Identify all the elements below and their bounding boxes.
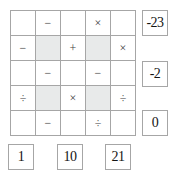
entry-cell-r5c5[interactable]	[111, 111, 136, 136]
blocked-cell-r4c2	[36, 86, 61, 111]
entry-cell-r3c3[interactable]	[61, 61, 86, 86]
col-target-3: 21	[105, 144, 131, 170]
operator-cell-r3c4: −	[86, 61, 111, 86]
col-target-2: 10	[57, 144, 83, 170]
col-target-1: 1	[8, 144, 34, 170]
blocked-cell-r2c4	[86, 36, 111, 61]
operator-cell-r1c4: ×	[86, 11, 111, 36]
row-target-3: 0	[142, 110, 168, 136]
operator-cell-r2c1: −	[11, 36, 36, 61]
puzzle-canvas: −×−+×−−÷×÷−÷ -23 -2 0 1 10 21	[0, 0, 180, 180]
blocked-cell-r2c2	[36, 36, 61, 61]
blocked-cell-r4c4	[86, 86, 111, 111]
operator-cell-r4c3: ×	[61, 86, 86, 111]
entry-cell-r3c5[interactable]	[111, 61, 136, 86]
entry-cell-r3c1[interactable]	[11, 61, 36, 86]
puzzle-grid: −×−+×−−÷×÷−÷	[10, 10, 136, 136]
row-target-1: -23	[142, 10, 168, 36]
operator-cell-r1c2: −	[36, 11, 61, 36]
operator-cell-r5c2: −	[36, 111, 61, 136]
entry-cell-r5c1[interactable]	[11, 111, 36, 136]
operator-cell-r5c4: ÷	[86, 111, 111, 136]
operator-cell-r2c3: +	[61, 36, 86, 61]
operator-cell-r4c1: ÷	[11, 86, 36, 111]
operator-cell-r4c5: ÷	[111, 86, 136, 111]
entry-cell-r1c1[interactable]	[11, 11, 36, 36]
entry-cell-r1c5[interactable]	[111, 11, 136, 36]
entry-cell-r1c3[interactable]	[61, 11, 86, 36]
entry-cell-r5c3[interactable]	[61, 111, 86, 136]
row-target-2: -2	[142, 61, 168, 87]
operator-cell-r2c5: ×	[111, 36, 136, 61]
operator-cell-r3c2: −	[36, 61, 61, 86]
